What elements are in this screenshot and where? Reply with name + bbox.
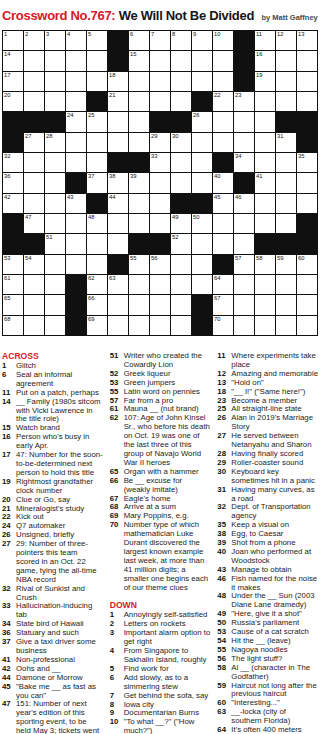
block-cell xyxy=(3,133,23,152)
grid-cell[interactable]: 1 xyxy=(3,31,23,50)
grid-cell[interactable] xyxy=(213,214,233,233)
grid-cell[interactable] xyxy=(24,72,44,91)
cell-number: 20 xyxy=(4,92,10,99)
grid-cell[interactable]: 59 xyxy=(276,255,296,274)
grid-cell[interactable] xyxy=(276,275,296,294)
grid-cell[interactable]: 47 xyxy=(24,214,44,233)
clue-37-across: 37Give a taxi driver some business xyxy=(2,638,103,656)
grid-cell[interactable]: 29 xyxy=(150,133,170,152)
clue-text: He served between Netanyahu and Sharon xyxy=(231,432,318,450)
grid-cell[interactable] xyxy=(192,72,212,91)
grid-cell[interactable] xyxy=(297,295,317,314)
block-cell xyxy=(234,72,254,91)
grid-cell[interactable] xyxy=(66,92,86,111)
clue-number: 58 xyxy=(217,664,231,682)
grid-cell[interactable] xyxy=(45,275,65,294)
grid-cell[interactable]: 27 xyxy=(24,133,44,152)
cell-number: 59 xyxy=(277,255,283,262)
grid-cell[interactable] xyxy=(213,51,233,70)
cell-number: 44 xyxy=(109,194,115,201)
grid-cell[interactable]: 2 xyxy=(24,31,44,50)
clue-63-down: 63__-locka (city of southern Florida) xyxy=(217,708,318,726)
block-cell xyxy=(3,214,23,233)
clue-text: __-locka (city of southern Florida) xyxy=(231,708,318,726)
clue-3-down: 3Important alarm option to get right xyxy=(110,629,211,647)
cell-number: 15 xyxy=(130,51,136,58)
grid-cell[interactable]: 57 xyxy=(234,255,254,274)
clue-text: 107: Age of John Kinsel Sr., who before … xyxy=(124,414,211,467)
clue-text: "Bake me __ as fast as you can" xyxy=(16,683,103,701)
grid-cell[interactable] xyxy=(171,275,191,294)
cell-number: 56 xyxy=(151,255,157,262)
grid-cell[interactable]: 3 xyxy=(45,31,65,50)
grid-cell[interactable] xyxy=(150,51,170,70)
grid-cell[interactable] xyxy=(129,295,149,314)
grid-cell[interactable]: 37 xyxy=(87,173,107,192)
grid-cell[interactable] xyxy=(150,275,170,294)
grid-cell[interactable]: 56 xyxy=(150,255,170,274)
grid-cell[interactable] xyxy=(45,92,65,111)
grid-cell[interactable]: 22 xyxy=(213,92,233,111)
grid-cell[interactable] xyxy=(66,153,86,172)
grid-cell[interactable] xyxy=(276,51,296,70)
cell-number: 53 xyxy=(4,255,10,262)
grid-cell[interactable]: 63 xyxy=(108,275,128,294)
grid-cell[interactable]: 34 xyxy=(234,153,254,172)
clue-number: 37 xyxy=(2,638,16,656)
cell-number: 50 xyxy=(193,214,199,221)
grid-cell[interactable]: 23 xyxy=(234,92,254,111)
grid-cell[interactable]: 12 xyxy=(276,31,296,50)
grid-cell[interactable] xyxy=(171,255,191,274)
grid-cell[interactable] xyxy=(87,51,107,70)
block-cell xyxy=(192,194,212,213)
grid-cell[interactable] xyxy=(87,72,107,91)
grid-cell[interactable] xyxy=(171,51,191,70)
grid-cell[interactable]: 17 xyxy=(3,72,23,91)
block-cell xyxy=(66,316,86,335)
grid-cell[interactable] xyxy=(66,234,86,253)
grid-cell[interactable]: 41 xyxy=(255,173,275,192)
grid-cell[interactable] xyxy=(129,275,149,294)
grid-cell[interactable] xyxy=(129,214,149,233)
clue-number: 40 xyxy=(217,548,231,566)
block-cell xyxy=(213,153,233,172)
grid-cell[interactable] xyxy=(213,234,233,253)
grid-cell[interactable]: 4 xyxy=(66,31,86,50)
grid-cell[interactable]: 19 xyxy=(255,72,275,91)
grid-cell[interactable]: 43 xyxy=(66,194,86,213)
grid-cell[interactable] xyxy=(255,153,275,172)
grid-cell[interactable] xyxy=(213,133,233,152)
grid-cell[interactable] xyxy=(276,194,296,213)
grid-cell[interactable]: 30 xyxy=(171,133,191,152)
grid-cell[interactable] xyxy=(24,153,44,172)
block-cell xyxy=(66,275,86,294)
grid-cell[interactable] xyxy=(171,92,191,111)
grid-cell[interactable] xyxy=(276,316,296,335)
grid-cell[interactable]: 51 xyxy=(45,234,65,253)
grid-cell[interactable] xyxy=(297,173,317,192)
grid-cell[interactable] xyxy=(192,255,212,274)
grid-cell[interactable]: 8 xyxy=(171,31,191,50)
grid-cell[interactable]: 53 xyxy=(3,255,23,274)
clue-27-down: 27He served between Netanyahu and Sharon xyxy=(217,432,318,450)
grid-cell[interactable]: 11 xyxy=(255,31,275,50)
cell-number: 8 xyxy=(172,31,175,38)
grid-cell[interactable] xyxy=(108,214,128,233)
grid-cell[interactable] xyxy=(255,112,275,131)
grid-cell[interactable] xyxy=(45,153,65,172)
grid-cell[interactable]: 40 xyxy=(213,173,233,192)
grid-cell[interactable]: 16 xyxy=(255,51,275,70)
grid-cell[interactable] xyxy=(213,72,233,91)
cell-number: 63 xyxy=(109,275,115,282)
grid-cell[interactable]: 48 xyxy=(87,214,107,233)
grid-cell[interactable]: 46 xyxy=(234,194,254,213)
grid-cell[interactable] xyxy=(213,112,233,131)
grid-cell[interactable] xyxy=(150,72,170,91)
grid-cell[interactable] xyxy=(255,133,275,152)
grid-cell[interactable] xyxy=(24,92,44,111)
grid-cell[interactable] xyxy=(24,194,44,213)
cell-number: 43 xyxy=(67,194,73,201)
grid-cell[interactable]: 65 xyxy=(3,295,23,314)
grid-cell[interactable] xyxy=(192,153,212,172)
clue-text: Give a taxi driver some business xyxy=(16,638,103,656)
grid-cell[interactable]: 36 xyxy=(3,173,23,192)
grid-cell[interactable] xyxy=(129,133,149,152)
clue-number: 70 xyxy=(110,521,124,592)
block-cell xyxy=(171,194,191,213)
grid-cell[interactable] xyxy=(276,72,296,91)
clue-32-down: 32Dept. of Transportation agency xyxy=(217,503,318,521)
block-cell xyxy=(234,51,254,70)
grid-cell[interactable] xyxy=(45,173,65,192)
grid-cell[interactable] xyxy=(276,173,296,192)
cell-number: 2 xyxy=(25,31,28,38)
grid-cell[interactable] xyxy=(24,51,44,70)
grid-cell[interactable] xyxy=(297,51,317,70)
grid-cell[interactable] xyxy=(150,214,170,233)
grid-cell[interactable]: 60 xyxy=(297,255,317,274)
grid-cell[interactable] xyxy=(87,255,107,274)
cell-number: 62 xyxy=(88,275,94,282)
grid-cell[interactable] xyxy=(87,234,107,253)
grid-cell[interactable] xyxy=(108,295,128,314)
grid-cell[interactable] xyxy=(276,153,296,172)
block-cell xyxy=(192,295,212,314)
clue-70-across: 70Number type of which mathematician Luk… xyxy=(110,521,211,592)
block-cell xyxy=(108,51,128,70)
grid-cell[interactable] xyxy=(45,214,65,233)
grid-cell[interactable] xyxy=(234,275,254,294)
grid-cell[interactable] xyxy=(234,316,254,335)
grid-cell[interactable] xyxy=(24,316,44,335)
cell-number: 68 xyxy=(4,316,10,323)
cell-number: 64 xyxy=(214,275,220,282)
grid-cell[interactable]: 5 xyxy=(87,31,107,50)
grid-cell[interactable]: 52 xyxy=(171,234,191,253)
clue-number: 11 xyxy=(217,352,231,370)
block-cell xyxy=(255,234,275,253)
cell-number: 47 xyxy=(25,214,31,221)
grid-cell[interactable] xyxy=(66,51,86,70)
block-cell xyxy=(3,234,23,253)
block-cell xyxy=(192,316,212,335)
grid-cell[interactable] xyxy=(297,316,317,335)
grid-cell[interactable] xyxy=(129,194,149,213)
grid-cell[interactable] xyxy=(108,316,128,335)
cell-number: 67 xyxy=(214,295,220,302)
clue-column-1: ACROSS1Glitch6Seal an informal agreement… xyxy=(2,352,103,734)
grid-cell[interactable] xyxy=(66,72,86,91)
grid-cell[interactable] xyxy=(150,316,170,335)
crossword-page: Crossword No.767: We Will Not Be Divided… xyxy=(0,0,320,734)
grid-cell[interactable]: 10 xyxy=(213,31,233,50)
grid-cell[interactable] xyxy=(150,194,170,213)
grid-cell[interactable]: 24 xyxy=(66,112,86,131)
grid-cell[interactable] xyxy=(234,133,254,152)
grid-cell[interactable] xyxy=(255,316,275,335)
grid-cell[interactable] xyxy=(45,72,65,91)
clue-31-down: 31Having many curves, as a road xyxy=(217,486,318,504)
grid-cell[interactable]: 20 xyxy=(3,92,23,111)
grid-cell[interactable] xyxy=(297,92,317,111)
clue-59-down: 59Haircut not long after the previous ha… xyxy=(217,682,318,700)
grid-cell[interactable] xyxy=(150,295,170,314)
grid-cell[interactable] xyxy=(108,133,128,152)
clue-number: 6 xyxy=(110,674,124,692)
grid-cell[interactable] xyxy=(129,92,149,111)
grid-cell[interactable] xyxy=(234,112,254,131)
block-cell xyxy=(108,31,128,50)
grid-cell[interactable]: 54 xyxy=(24,255,44,274)
block-cell xyxy=(297,112,317,131)
grid-cell[interactable]: 25 xyxy=(87,112,107,131)
clue-number: 48 xyxy=(217,592,231,610)
cell-number: 31 xyxy=(277,133,283,140)
clue-58-down: 58Al __ (character in The Godfather) xyxy=(217,664,318,682)
grid-cell[interactable]: 7 xyxy=(150,31,170,50)
cell-number: 28 xyxy=(46,133,52,140)
grid-cell[interactable] xyxy=(150,92,170,111)
grid-cell[interactable]: 38 xyxy=(108,173,128,192)
grid-cell[interactable]: 14 xyxy=(3,51,23,70)
cell-number: 41 xyxy=(256,173,262,180)
cell-number: 57 xyxy=(235,255,241,262)
grid-cell[interactable] xyxy=(171,173,191,192)
grid-cell[interactable]: 58 xyxy=(255,255,275,274)
grid-cell[interactable] xyxy=(255,214,275,233)
grid-cell[interactable]: 45 xyxy=(213,194,233,213)
cell-number: 69 xyxy=(88,316,94,323)
grid-cell[interactable] xyxy=(24,275,44,294)
grid-cell[interactable] xyxy=(171,153,191,172)
grid-cell[interactable] xyxy=(234,214,254,233)
clue-number: 16 xyxy=(2,433,16,451)
grid-cell[interactable]: 13 xyxy=(297,31,317,50)
grid-cell[interactable]: 33 xyxy=(150,153,170,172)
grid-cell[interactable] xyxy=(66,214,86,233)
block-cell xyxy=(108,153,128,172)
block-cell xyxy=(150,112,170,131)
block-cell xyxy=(297,133,317,152)
clue-text: 151: Number of next year's edition of th… xyxy=(16,700,103,734)
grid-cell[interactable] xyxy=(45,194,65,213)
clue-47-across: 47151: Number of next year's edition of … xyxy=(2,700,103,734)
grid-cell[interactable] xyxy=(45,255,65,274)
clue-number: 10 xyxy=(110,718,124,734)
clue-text: Dept. of Transportation agency xyxy=(231,503,318,521)
grid-cell[interactable] xyxy=(87,153,107,172)
grid-cell[interactable] xyxy=(45,316,65,335)
clue-66-across: 66Be __ excuse for (weakly imitate) xyxy=(110,477,211,495)
grid-cell[interactable] xyxy=(192,133,212,152)
down-header: DOWN xyxy=(110,601,211,610)
clue-text: Rightmost grandfather clock number xyxy=(16,478,103,496)
grid-cell[interactable]: 64 xyxy=(213,275,233,294)
grid-cell[interactable] xyxy=(276,295,296,314)
cell-number: 11 xyxy=(256,31,262,38)
grid-cell[interactable]: 67 xyxy=(213,295,233,314)
cell-number: 17 xyxy=(4,72,10,79)
grid-cell[interactable] xyxy=(129,112,149,131)
grid-cell[interactable]: 26 xyxy=(192,112,212,131)
cell-number: 19 xyxy=(256,72,262,79)
grid-cell[interactable]: 31 xyxy=(276,133,296,152)
grid-cell[interactable] xyxy=(255,295,275,314)
grid-cell[interactable] xyxy=(24,173,44,192)
clue-45-across: 45"Bake me __ as fast as you can" xyxy=(2,683,103,701)
clue-number: 14 xyxy=(2,398,16,425)
grid-cell[interactable] xyxy=(234,295,254,314)
grid-cell[interactable] xyxy=(192,275,212,294)
clue-10-down: 10"To what __?" ("How much?") xyxy=(110,718,211,734)
grid-cell[interactable] xyxy=(192,51,212,70)
grid-cell[interactable] xyxy=(150,173,170,192)
grid-cell[interactable] xyxy=(66,255,86,274)
byline: by Matt Gaffney xyxy=(261,13,317,22)
grid-cell[interactable]: 68 xyxy=(3,316,23,335)
grid-cell[interactable] xyxy=(129,316,149,335)
grid-cell[interactable] xyxy=(45,295,65,314)
cell-number: 25 xyxy=(88,112,94,119)
grid-cell[interactable] xyxy=(276,214,296,233)
grid-cell[interactable]: 6 xyxy=(129,31,149,50)
grid-cell[interactable]: 28 xyxy=(45,133,65,152)
cell-number: 42 xyxy=(4,194,10,201)
cell-number: 35 xyxy=(298,153,304,160)
grid-cell[interactable] xyxy=(255,92,275,111)
grid-cell[interactable] xyxy=(171,72,191,91)
crossword-grid[interactable]: 1234567891011121314151617181920212223242… xyxy=(2,30,318,336)
grid-cell[interactable]: 39 xyxy=(129,173,149,192)
clue-number: 27 xyxy=(2,540,16,585)
clue-text: Important alarm option to get right xyxy=(124,629,211,647)
grid-cell[interactable] xyxy=(234,234,254,253)
grid-cell[interactable] xyxy=(192,234,212,253)
grid-cell[interactable] xyxy=(66,133,86,152)
clue-text: Be __ excuse for (weakly imitate) xyxy=(124,477,211,495)
clue-number: 47 xyxy=(2,700,16,734)
grid-cell[interactable] xyxy=(108,234,128,253)
grid-cell[interactable]: 49 xyxy=(171,214,191,233)
clue-text: Fish named for the noise it makes xyxy=(231,575,318,593)
cell-number: 52 xyxy=(172,234,178,241)
cell-number: 10 xyxy=(214,31,220,38)
cell-number: 66 xyxy=(88,295,94,302)
grid-cell[interactable]: 44 xyxy=(108,194,128,213)
clue-number: 32 xyxy=(2,585,16,603)
grid-cell[interactable] xyxy=(297,275,317,294)
grid-cell[interactable] xyxy=(276,92,296,111)
cell-number: 40 xyxy=(214,173,220,180)
grid-cell[interactable] xyxy=(255,194,275,213)
grid-cell[interactable]: 61 xyxy=(3,275,23,294)
clue-26-down: 26Alan in 2019's Marriage Story xyxy=(217,414,318,432)
block-cell xyxy=(276,234,296,253)
clue-text: Writer who created the Cowardly Lion xyxy=(124,352,211,370)
cell-number: 27 xyxy=(25,133,31,140)
grid-cell[interactable]: 9 xyxy=(192,31,212,50)
grid-cell[interactable]: 35 xyxy=(297,153,317,172)
grid-cell[interactable]: 21 xyxy=(108,92,128,111)
block-cell xyxy=(234,31,254,50)
grid-cell[interactable] xyxy=(108,112,128,131)
clue-text: Joan who performed at Woodstock xyxy=(231,548,318,566)
grid-cell[interactable] xyxy=(192,173,212,192)
clue-number: 32 xyxy=(217,503,231,521)
grid-cell[interactable]: 32 xyxy=(3,153,23,172)
cell-number: 32 xyxy=(4,153,10,160)
cell-number: 39 xyxy=(130,173,136,180)
grid-cell[interactable]: 42 xyxy=(3,194,23,213)
cell-number: 36 xyxy=(4,173,10,180)
grid-cell[interactable] xyxy=(24,295,44,314)
grid-cell[interactable] xyxy=(87,133,107,152)
cell-number: 65 xyxy=(4,295,10,302)
grid-cell[interactable] xyxy=(297,194,317,213)
grid-cell[interactable] xyxy=(171,316,191,335)
grid-cell[interactable]: 15 xyxy=(129,51,149,70)
clue-number: 51 xyxy=(110,352,124,370)
clue-27-across: 2729: Number of three-pointers this team… xyxy=(2,540,103,585)
grid-cell[interactable]: 50 xyxy=(192,214,212,233)
block-cell xyxy=(87,194,107,213)
grid-cell[interactable] xyxy=(171,295,191,314)
grid-cell[interactable]: 55 xyxy=(129,255,149,274)
clue-text: 47: Number for the soon-to-be-determined… xyxy=(16,451,103,478)
grid-cell[interactable]: 69 xyxy=(87,316,107,335)
grid-cell[interactable] xyxy=(255,275,275,294)
clue-11-down: 11Where experiments take place xyxy=(217,352,318,370)
page-title: Crossword No.767: We Will Not Be Divided… xyxy=(2,6,318,24)
block-cell xyxy=(66,173,86,192)
grid-cell[interactable]: 62 xyxy=(87,275,107,294)
grid-cell[interactable]: 66 xyxy=(87,295,107,314)
clue-4-down: 4From Singapore to Sakhalin Island, roug… xyxy=(110,647,211,665)
grid-cell[interactable] xyxy=(297,72,317,91)
cell-number: 61 xyxy=(4,275,10,282)
grid-cell[interactable] xyxy=(129,72,149,91)
puzzle-name: We Will Not Be Divided xyxy=(115,8,254,23)
grid-cell[interactable]: 70 xyxy=(213,316,233,335)
block-cell xyxy=(234,173,254,192)
grid-cell[interactable]: 18 xyxy=(108,72,128,91)
cell-number: 23 xyxy=(235,92,241,99)
grid-cell[interactable] xyxy=(45,51,65,70)
